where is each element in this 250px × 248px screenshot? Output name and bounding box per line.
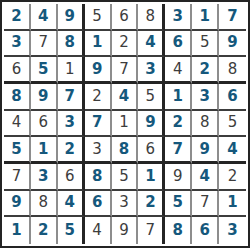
cell-r2c3[interactable]: 8 — [58, 31, 85, 58]
cell-r1c3[interactable]: 9 — [58, 4, 85, 31]
cell-r8c2[interactable]: 8 — [31, 191, 58, 218]
cell-r8c9[interactable]: 1 — [219, 191, 246, 218]
cell-r6c6[interactable]: 6 — [138, 137, 165, 164]
cell-r4c6[interactable]: 5 — [138, 84, 165, 111]
cell-r3c4[interactable]: 9 — [85, 57, 112, 84]
cell-r1c2[interactable]: 4 — [31, 4, 58, 31]
cell-r1c6[interactable]: 8 — [138, 4, 165, 31]
cell-r6c1[interactable]: 5 — [4, 137, 31, 164]
cell-r8c6[interactable]: 2 — [138, 191, 165, 218]
cell-r9c1[interactable]: 1 — [4, 217, 31, 244]
cell-r3c1[interactable]: 6 — [4, 57, 31, 84]
cell-r7c9[interactable]: 2 — [219, 164, 246, 191]
cell-r7c7[interactable]: 9 — [165, 164, 192, 191]
cell-r6c5[interactable]: 8 — [112, 137, 139, 164]
cell-r4c3[interactable]: 7 — [58, 84, 85, 111]
cell-r4c9[interactable]: 6 — [219, 84, 246, 111]
cell-r7c1[interactable]: 7 — [4, 164, 31, 191]
cell-r8c1[interactable]: 9 — [4, 191, 31, 218]
cell-r3c9[interactable]: 8 — [219, 57, 246, 84]
cell-r3c6[interactable]: 3 — [138, 57, 165, 84]
cell-r2c5[interactable]: 2 — [112, 31, 139, 58]
cell-r4c1[interactable]: 8 — [4, 84, 31, 111]
cell-r7c8[interactable]: 4 — [192, 164, 219, 191]
cell-r9c9[interactable]: 3 — [219, 217, 246, 244]
cell-r7c5[interactable]: 5 — [112, 164, 139, 191]
cell-r2c8[interactable]: 5 — [192, 31, 219, 58]
cell-r8c8[interactable]: 7 — [192, 191, 219, 218]
sudoku-board: 2495683173781246596519734288972451364637… — [0, 0, 250, 248]
cell-r6c3[interactable]: 2 — [58, 137, 85, 164]
cell-r5c8[interactable]: 8 — [192, 111, 219, 138]
cell-r9c4[interactable]: 4 — [85, 217, 112, 244]
cell-r5c5[interactable]: 1 — [112, 111, 139, 138]
cell-r4c4[interactable]: 2 — [85, 84, 112, 111]
cell-r9c8[interactable]: 6 — [192, 217, 219, 244]
cell-r1c8[interactable]: 1 — [192, 4, 219, 31]
cell-r2c1[interactable]: 3 — [4, 31, 31, 58]
cell-r8c4[interactable]: 6 — [85, 191, 112, 218]
cell-r9c5[interactable]: 9 — [112, 217, 139, 244]
cell-r4c5[interactable]: 4 — [112, 84, 139, 111]
cell-r6c9[interactable]: 4 — [219, 137, 246, 164]
cell-r9c7[interactable]: 8 — [165, 217, 192, 244]
cell-r8c3[interactable]: 4 — [58, 191, 85, 218]
cell-r6c4[interactable]: 3 — [85, 137, 112, 164]
cell-r9c2[interactable]: 2 — [31, 217, 58, 244]
cell-r1c1[interactable]: 2 — [4, 4, 31, 31]
cell-r9c6[interactable]: 7 — [138, 217, 165, 244]
cell-r4c8[interactable]: 3 — [192, 84, 219, 111]
cell-r3c3[interactable]: 1 — [58, 57, 85, 84]
cell-r5c9[interactable]: 5 — [219, 111, 246, 138]
cell-r8c5[interactable]: 3 — [112, 191, 139, 218]
cell-r3c2[interactable]: 5 — [31, 57, 58, 84]
cell-r5c3[interactable]: 3 — [58, 111, 85, 138]
cell-r7c3[interactable]: 6 — [58, 164, 85, 191]
cell-r4c2[interactable]: 9 — [31, 84, 58, 111]
cell-r8c7[interactable]: 5 — [165, 191, 192, 218]
cell-r5c2[interactable]: 6 — [31, 111, 58, 138]
cell-r2c6[interactable]: 4 — [138, 31, 165, 58]
cell-r3c5[interactable]: 7 — [112, 57, 139, 84]
cell-r6c7[interactable]: 7 — [165, 137, 192, 164]
cell-r6c2[interactable]: 1 — [31, 137, 58, 164]
cell-r5c1[interactable]: 4 — [4, 111, 31, 138]
cell-r6c8[interactable]: 9 — [192, 137, 219, 164]
cell-r9c3[interactable]: 5 — [58, 217, 85, 244]
cell-r4c7[interactable]: 1 — [165, 84, 192, 111]
cell-r1c9[interactable]: 7 — [219, 4, 246, 31]
cell-r5c4[interactable]: 7 — [85, 111, 112, 138]
cell-r2c4[interactable]: 1 — [85, 31, 112, 58]
cell-r1c4[interactable]: 5 — [85, 4, 112, 31]
cell-r7c4[interactable]: 8 — [85, 164, 112, 191]
cell-r3c8[interactable]: 2 — [192, 57, 219, 84]
cell-r2c9[interactable]: 9 — [219, 31, 246, 58]
cell-r1c7[interactable]: 3 — [165, 4, 192, 31]
cell-r2c7[interactable]: 6 — [165, 31, 192, 58]
cell-r2c2[interactable]: 7 — [31, 31, 58, 58]
cell-r7c6[interactable]: 1 — [138, 164, 165, 191]
cell-r5c6[interactable]: 9 — [138, 111, 165, 138]
cell-r1c5[interactable]: 6 — [112, 4, 139, 31]
cell-r3c7[interactable]: 4 — [165, 57, 192, 84]
cell-r7c2[interactable]: 3 — [31, 164, 58, 191]
cell-r5c7[interactable]: 2 — [165, 111, 192, 138]
